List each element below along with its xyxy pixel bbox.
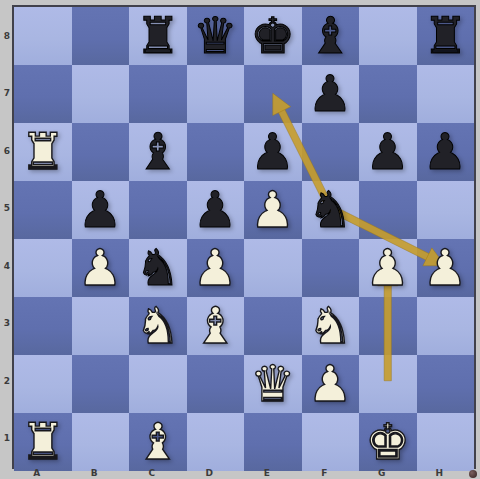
white-bishop-d3[interactable]: ♝ xyxy=(193,297,238,355)
rank-label-2: 2 xyxy=(4,376,10,385)
square-a8[interactable] xyxy=(14,7,72,65)
square-c5[interactable] xyxy=(129,181,187,239)
white-pawn-b4[interactable]: ♟ xyxy=(78,239,123,297)
white-queen-e2[interactable]: ♛ xyxy=(250,355,295,413)
square-g2[interactable] xyxy=(359,355,417,413)
square-f6[interactable] xyxy=(302,123,360,181)
square-f1[interactable] xyxy=(302,413,360,471)
square-d1[interactable] xyxy=(187,413,245,471)
rank-label-1: 1 xyxy=(4,434,10,443)
white-knight-f3[interactable]: ♞ xyxy=(308,297,353,355)
black-pawn-b5[interactable]: ♟ xyxy=(78,181,123,239)
black-king-e8[interactable]: ♚ xyxy=(250,7,295,65)
white-rook-a1[interactable]: ♜ xyxy=(20,413,65,471)
square-f7[interactable]: ♟ xyxy=(302,65,360,123)
square-e6[interactable]: ♟ xyxy=(244,123,302,181)
square-a1[interactable]: ♜ xyxy=(14,413,72,471)
black-rook-c8[interactable]: ♜ xyxy=(135,7,180,65)
square-f3[interactable]: ♞ xyxy=(302,297,360,355)
white-pawn-g4[interactable]: ♟ xyxy=(365,239,410,297)
file-label-f: F xyxy=(321,469,327,478)
square-b8[interactable] xyxy=(72,7,130,65)
square-d8[interactable]: ♛ xyxy=(187,7,245,65)
square-d4[interactable]: ♟ xyxy=(187,239,245,297)
square-e7[interactable] xyxy=(244,65,302,123)
corner-dot-icon xyxy=(469,470,477,478)
square-a4[interactable] xyxy=(14,239,72,297)
black-bishop-f8[interactable]: ♝ xyxy=(308,7,353,65)
square-h4[interactable]: ♟ xyxy=(417,239,475,297)
square-a3[interactable] xyxy=(14,297,72,355)
square-b2[interactable] xyxy=(72,355,130,413)
black-pawn-d5[interactable]: ♟ xyxy=(193,181,238,239)
square-f8[interactable]: ♝ xyxy=(302,7,360,65)
square-h7[interactable] xyxy=(417,65,475,123)
square-f5[interactable]: ♞ xyxy=(302,181,360,239)
black-knight-f5[interactable]: ♞ xyxy=(308,181,353,239)
file-label-e: E xyxy=(264,469,270,478)
square-e8[interactable]: ♚ xyxy=(244,7,302,65)
square-f4[interactable] xyxy=(302,239,360,297)
square-h8[interactable]: ♜ xyxy=(417,7,475,65)
square-g8[interactable] xyxy=(359,7,417,65)
square-d2[interactable] xyxy=(187,355,245,413)
square-h2[interactable] xyxy=(417,355,475,413)
white-pawn-e5[interactable]: ♟ xyxy=(250,181,295,239)
square-e4[interactable] xyxy=(244,239,302,297)
square-c2[interactable] xyxy=(129,355,187,413)
black-knight-c4[interactable]: ♞ xyxy=(135,239,180,297)
white-pawn-f2[interactable]: ♟ xyxy=(308,355,353,413)
rank-label-5: 5 xyxy=(4,204,10,213)
square-b5[interactable]: ♟ xyxy=(72,181,130,239)
file-label-d: D xyxy=(206,469,213,478)
square-c1[interactable]: ♝ xyxy=(129,413,187,471)
white-bishop-c1[interactable]: ♝ xyxy=(135,413,180,471)
square-g1[interactable]: ♚ xyxy=(359,413,417,471)
square-e1[interactable] xyxy=(244,413,302,471)
rank-label-6: 6 xyxy=(4,146,10,155)
square-e3[interactable] xyxy=(244,297,302,355)
black-pawn-e6[interactable]: ♟ xyxy=(250,123,295,181)
square-g5[interactable] xyxy=(359,181,417,239)
white-king-g1[interactable]: ♚ xyxy=(365,413,410,471)
black-bishop-c6[interactable]: ♝ xyxy=(135,123,180,181)
square-a6[interactable]: ♜ xyxy=(14,123,72,181)
black-pawn-h6[interactable]: ♟ xyxy=(423,123,468,181)
chess-board-panel: ♜♛♚♝♜♟♜♝♟♟♟♟♟♟♞♟♞♟♟♟♞♝♞♛♟♜♝♚ 87654321 AB… xyxy=(0,0,480,479)
file-label-b: B xyxy=(91,469,98,478)
square-b1[interactable] xyxy=(72,413,130,471)
square-g6[interactable]: ♟ xyxy=(359,123,417,181)
square-b4[interactable]: ♟ xyxy=(72,239,130,297)
square-a2[interactable] xyxy=(14,355,72,413)
square-h1[interactable] xyxy=(417,413,475,471)
black-rook-h8[interactable]: ♜ xyxy=(423,7,468,65)
rank-label-4: 4 xyxy=(4,261,10,270)
square-b7[interactable] xyxy=(72,65,130,123)
square-c3[interactable]: ♞ xyxy=(129,297,187,355)
rank-label-8: 8 xyxy=(4,31,10,40)
white-pawn-h4[interactable]: ♟ xyxy=(423,239,468,297)
rank-label-7: 7 xyxy=(4,89,10,98)
square-e2[interactable]: ♛ xyxy=(244,355,302,413)
square-e5[interactable]: ♟ xyxy=(244,181,302,239)
file-label-h: H xyxy=(435,469,443,478)
black-queen-d8[interactable]: ♛ xyxy=(193,7,238,65)
square-d3[interactable]: ♝ xyxy=(187,297,245,355)
square-d7[interactable] xyxy=(187,65,245,123)
rank-label-3: 3 xyxy=(4,319,10,328)
square-d6[interactable] xyxy=(187,123,245,181)
square-d5[interactable]: ♟ xyxy=(187,181,245,239)
square-c7[interactable] xyxy=(129,65,187,123)
square-g7[interactable] xyxy=(359,65,417,123)
white-rook-a6[interactable]: ♜ xyxy=(20,123,65,181)
square-c4[interactable]: ♞ xyxy=(129,239,187,297)
square-g3[interactable] xyxy=(359,297,417,355)
square-f2[interactable]: ♟ xyxy=(302,355,360,413)
square-g4[interactable]: ♟ xyxy=(359,239,417,297)
square-h3[interactable] xyxy=(417,297,475,355)
square-b6[interactable] xyxy=(72,123,130,181)
board-grid: ♜♛♚♝♜♟♜♝♟♟♟♟♟♟♞♟♞♟♟♟♞♝♞♛♟♜♝♚ xyxy=(14,7,474,467)
square-h6[interactable]: ♟ xyxy=(417,123,475,181)
square-a5[interactable] xyxy=(14,181,72,239)
black-pawn-g6[interactable]: ♟ xyxy=(365,123,410,181)
square-c6[interactable]: ♝ xyxy=(129,123,187,181)
white-knight-c3[interactable]: ♞ xyxy=(135,297,180,355)
square-h5[interactable] xyxy=(417,181,475,239)
chess-board: ♜♛♚♝♜♟♜♝♟♟♟♟♟♟♞♟♞♟♟♟♞♝♞♛♟♜♝♚ xyxy=(14,7,474,467)
black-pawn-f7[interactable]: ♟ xyxy=(308,65,353,123)
square-c8[interactable]: ♜ xyxy=(129,7,187,65)
square-a7[interactable] xyxy=(14,65,72,123)
square-b3[interactable] xyxy=(72,297,130,355)
white-pawn-d4[interactable]: ♟ xyxy=(193,239,238,297)
